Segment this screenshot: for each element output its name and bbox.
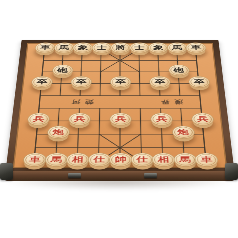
piece-red-elephant[interactable]: 相 bbox=[152, 153, 176, 167]
piece-glyph: 兵 bbox=[192, 113, 214, 124]
piece-glyph: 卒 bbox=[150, 77, 170, 88]
piece-black-chariot[interactable]: 車 bbox=[34, 42, 55, 53]
piece-black-soldier[interactable]: 卒 bbox=[110, 76, 131, 88]
piece-glyph: 砲 bbox=[52, 65, 72, 75]
piece-red-cannon[interactable]: 炮 bbox=[171, 126, 194, 139]
piece-red-soldier[interactable]: 兵 bbox=[191, 113, 214, 126]
piece-black-soldier[interactable]: 卒 bbox=[188, 76, 210, 88]
river-text-right: 漢界 bbox=[156, 99, 183, 106]
piece-red-soldier[interactable]: 兵 bbox=[110, 113, 132, 126]
piece-black-soldier[interactable]: 卒 bbox=[149, 76, 171, 88]
board-shadow bbox=[2, 178, 236, 190]
piece-black-general[interactable]: 將 bbox=[110, 42, 130, 53]
piece-glyph: 士 bbox=[130, 43, 149, 53]
piece-glyph: 仕 bbox=[88, 153, 110, 166]
piece-glyph: 兵 bbox=[110, 113, 131, 124]
piece-glyph: 卒 bbox=[71, 77, 91, 88]
piece-glyph: 車 bbox=[186, 43, 206, 53]
piece-black-soldier[interactable]: 卒 bbox=[31, 76, 53, 88]
piece-black-soldier[interactable]: 卒 bbox=[70, 76, 92, 88]
piece-glyph: 兵 bbox=[151, 113, 172, 124]
piece-glyph: 將 bbox=[111, 43, 130, 53]
river-text-left: 楚河 bbox=[67, 99, 94, 106]
piece-red-soldier[interactable]: 兵 bbox=[27, 113, 50, 126]
piece-red-horse[interactable]: 馬 bbox=[173, 153, 197, 167]
piece-glyph: 兵 bbox=[28, 113, 50, 124]
piece-red-soldier[interactable]: 兵 bbox=[150, 113, 173, 126]
piece-red-advisor[interactable]: 仕 bbox=[130, 153, 153, 167]
piece-red-advisor[interactable]: 仕 bbox=[87, 153, 110, 167]
piece-glyph: 炮 bbox=[172, 126, 194, 138]
product-photo-scene: 楚河 漢界 車馬象士將士象馬車砲砲卒卒卒卒卒兵兵兵兵兵炮炮車馬相仕帥仕相馬車 bbox=[0, 0, 238, 238]
piece-glyph: 兵 bbox=[69, 113, 90, 124]
piece-glyph: 車 bbox=[23, 153, 46, 166]
piece-glyph: 馬 bbox=[167, 43, 187, 53]
piece-black-horse[interactable]: 馬 bbox=[53, 42, 74, 53]
piece-glyph: 卒 bbox=[189, 77, 210, 88]
piece-black-cannon[interactable]: 砲 bbox=[168, 65, 190, 76]
piece-red-cannon[interactable]: 炮 bbox=[46, 126, 69, 139]
piece-red-chariot[interactable]: 車 bbox=[194, 153, 218, 167]
piece-glyph: 炮 bbox=[47, 126, 69, 138]
piece-black-elephant[interactable]: 象 bbox=[148, 42, 169, 53]
piece-red-elephant[interactable]: 相 bbox=[66, 153, 90, 167]
piece-glyph: 帥 bbox=[110, 153, 132, 166]
piece-red-horse[interactable]: 馬 bbox=[44, 153, 68, 167]
piece-red-chariot[interactable]: 車 bbox=[23, 153, 47, 167]
piece-glyph: 象 bbox=[73, 43, 93, 53]
piece-glyph: 車 bbox=[35, 43, 55, 53]
piece-black-cannon[interactable]: 砲 bbox=[52, 65, 74, 76]
piece-glyph: 馬 bbox=[54, 43, 74, 53]
piece-glyph: 馬 bbox=[45, 153, 68, 166]
piece-red-general[interactable]: 帥 bbox=[109, 153, 132, 167]
piece-glyph: 仕 bbox=[131, 153, 153, 166]
piece-glyph: 士 bbox=[92, 43, 111, 53]
piece-black-chariot[interactable]: 車 bbox=[185, 42, 206, 53]
piece-red-soldier[interactable]: 兵 bbox=[68, 113, 91, 126]
piece-glyph: 卒 bbox=[32, 77, 53, 88]
piece-glyph: 相 bbox=[152, 153, 174, 166]
piece-glyph: 象 bbox=[149, 43, 169, 53]
piece-glyph: 砲 bbox=[169, 65, 189, 75]
piece-black-elephant[interactable]: 象 bbox=[72, 42, 93, 53]
xiangqi-board: 楚河 漢界 車馬象士將士象馬車砲砲卒卒卒卒卒兵兵兵兵兵炮炮車馬相仕帥仕相馬車 bbox=[5, 40, 234, 172]
piece-glyph: 車 bbox=[195, 153, 218, 166]
piece-black-advisor[interactable]: 士 bbox=[91, 42, 112, 53]
piece-glyph: 相 bbox=[67, 153, 89, 166]
piece-glyph: 馬 bbox=[174, 153, 197, 166]
piece-black-advisor[interactable]: 士 bbox=[129, 42, 150, 53]
piece-black-horse[interactable]: 馬 bbox=[167, 42, 188, 53]
piece-glyph: 卒 bbox=[111, 77, 131, 88]
